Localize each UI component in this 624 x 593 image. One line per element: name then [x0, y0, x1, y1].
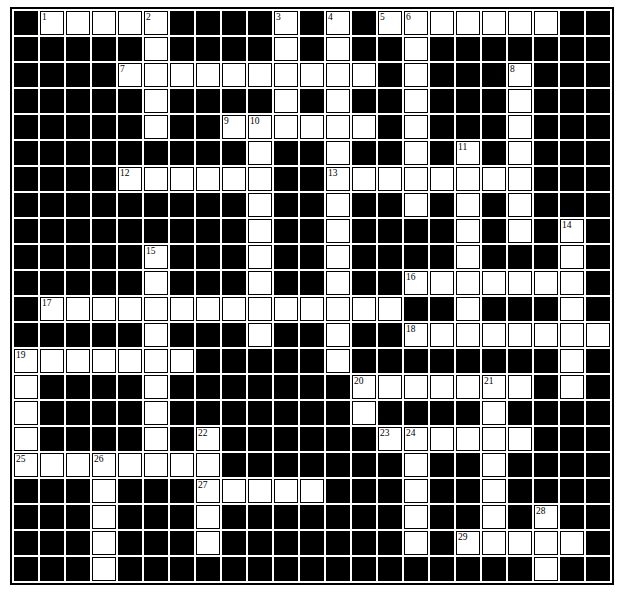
- black-cell: [170, 115, 194, 139]
- white-cell[interactable]: [274, 297, 298, 321]
- white-cell[interactable]: 11: [456, 141, 480, 165]
- white-cell[interactable]: [430, 271, 454, 295]
- white-cell[interactable]: [508, 115, 532, 139]
- black-cell: [326, 479, 350, 503]
- black-cell: [482, 557, 506, 581]
- white-cell[interactable]: [326, 63, 350, 87]
- black-cell: [66, 557, 90, 581]
- black-cell: [534, 401, 558, 425]
- clue-number: 26: [94, 454, 104, 464]
- white-cell[interactable]: [248, 323, 272, 347]
- black-cell: [326, 401, 350, 425]
- white-cell[interactable]: 24: [404, 427, 428, 451]
- white-cell[interactable]: [404, 193, 428, 217]
- black-cell: [170, 219, 194, 243]
- black-cell: [274, 557, 298, 581]
- black-cell: [170, 245, 194, 269]
- black-cell: [222, 427, 246, 451]
- black-cell: [300, 89, 324, 113]
- black-cell: [274, 141, 298, 165]
- white-cell[interactable]: [482, 323, 506, 347]
- black-cell: [14, 115, 38, 139]
- white-cell[interactable]: [326, 193, 350, 217]
- white-cell[interactable]: [508, 141, 532, 165]
- black-cell: [534, 141, 558, 165]
- white-cell[interactable]: [196, 167, 220, 191]
- black-cell: [118, 323, 142, 347]
- white-cell[interactable]: 6: [404, 11, 428, 35]
- black-cell: [196, 141, 220, 165]
- black-cell: [586, 557, 610, 581]
- white-cell[interactable]: [482, 401, 506, 425]
- white-cell[interactable]: 10: [248, 115, 272, 139]
- white-cell[interactable]: 13: [326, 167, 350, 191]
- white-cell[interactable]: [92, 11, 116, 35]
- white-cell[interactable]: [118, 453, 142, 477]
- white-cell[interactable]: [378, 297, 402, 321]
- black-cell: [456, 37, 480, 61]
- black-cell: [92, 401, 116, 425]
- white-cell[interactable]: [274, 479, 298, 503]
- white-cell[interactable]: [40, 349, 64, 373]
- black-cell: [274, 427, 298, 451]
- white-cell[interactable]: [378, 375, 402, 399]
- white-cell[interactable]: [300, 297, 324, 321]
- black-cell: [66, 115, 90, 139]
- white-cell[interactable]: [508, 167, 532, 191]
- white-cell[interactable]: [508, 375, 532, 399]
- white-cell[interactable]: 20: [352, 375, 376, 399]
- white-cell[interactable]: [456, 11, 480, 35]
- white-cell[interactable]: [352, 115, 376, 139]
- white-cell[interactable]: [14, 427, 38, 451]
- clue-number: 28: [536, 506, 546, 516]
- white-cell[interactable]: [482, 427, 506, 451]
- white-cell[interactable]: [404, 479, 428, 503]
- black-cell: [118, 193, 142, 217]
- black-cell: [560, 115, 584, 139]
- white-cell[interactable]: [534, 11, 558, 35]
- black-cell: [560, 11, 584, 35]
- black-cell: [66, 479, 90, 503]
- white-cell[interactable]: [144, 453, 168, 477]
- black-cell: [40, 375, 64, 399]
- black-cell: [586, 271, 610, 295]
- black-cell: [326, 375, 350, 399]
- black-cell: [14, 557, 38, 581]
- white-cell[interactable]: [196, 531, 220, 555]
- white-cell[interactable]: [378, 167, 402, 191]
- white-cell[interactable]: 7: [118, 63, 142, 87]
- white-cell[interactable]: 18: [404, 323, 428, 347]
- black-cell: [170, 557, 194, 581]
- white-cell[interactable]: 29: [456, 531, 480, 555]
- white-cell[interactable]: [404, 453, 428, 477]
- white-cell[interactable]: 27: [196, 479, 220, 503]
- white-cell[interactable]: [352, 167, 376, 191]
- black-cell: [378, 219, 402, 243]
- black-cell: [378, 323, 402, 347]
- white-cell[interactable]: [248, 193, 272, 217]
- white-cell[interactable]: [144, 63, 168, 87]
- white-cell[interactable]: [222, 167, 246, 191]
- clue-number: 19: [16, 350, 26, 360]
- white-cell[interactable]: [456, 245, 480, 269]
- black-cell: [482, 193, 506, 217]
- black-cell: [170, 323, 194, 347]
- white-cell[interactable]: [352, 297, 376, 321]
- white-cell[interactable]: [300, 115, 324, 139]
- white-cell[interactable]: [430, 323, 454, 347]
- white-cell[interactable]: 12: [118, 167, 142, 191]
- black-cell: [118, 427, 142, 451]
- white-cell[interactable]: [144, 401, 168, 425]
- white-cell[interactable]: [352, 63, 376, 87]
- black-cell: [222, 401, 246, 425]
- white-cell[interactable]: [482, 453, 506, 477]
- white-cell[interactable]: [222, 63, 246, 87]
- white-cell[interactable]: [482, 167, 506, 191]
- white-cell[interactable]: [456, 219, 480, 243]
- clue-number: 15: [146, 246, 156, 256]
- white-cell[interactable]: [170, 167, 194, 191]
- white-cell[interactable]: [118, 349, 142, 373]
- black-cell: [326, 505, 350, 529]
- white-cell[interactable]: [456, 193, 480, 217]
- white-cell[interactable]: [482, 531, 506, 555]
- white-cell[interactable]: 8: [508, 63, 532, 87]
- white-cell[interactable]: [40, 453, 64, 477]
- black-cell: [118, 219, 142, 243]
- black-cell: [456, 401, 480, 425]
- black-cell: [534, 297, 558, 321]
- white-cell[interactable]: [430, 11, 454, 35]
- white-cell[interactable]: [144, 427, 168, 451]
- black-cell: [560, 401, 584, 425]
- black-cell: [456, 89, 480, 113]
- black-cell: [586, 89, 610, 113]
- clue-number: 5: [380, 12, 385, 22]
- black-cell: [300, 401, 324, 425]
- white-cell[interactable]: [404, 375, 428, 399]
- white-cell[interactable]: [248, 271, 272, 295]
- black-cell: [586, 193, 610, 217]
- black-cell: [66, 167, 90, 191]
- white-cell[interactable]: [144, 115, 168, 139]
- black-cell: [14, 323, 38, 347]
- white-cell[interactable]: [404, 37, 428, 61]
- white-cell[interactable]: [560, 531, 584, 555]
- black-cell: [586, 427, 610, 451]
- white-cell[interactable]: [118, 11, 142, 35]
- white-cell[interactable]: [508, 427, 532, 451]
- black-cell: [586, 11, 610, 35]
- white-cell[interactable]: [92, 297, 116, 321]
- white-cell[interactable]: [326, 219, 350, 243]
- white-cell[interactable]: [430, 167, 454, 191]
- white-cell[interactable]: [456, 427, 480, 451]
- white-cell[interactable]: [92, 531, 116, 555]
- white-cell[interactable]: [248, 245, 272, 269]
- white-cell[interactable]: [66, 11, 90, 35]
- black-cell: [534, 63, 558, 87]
- white-cell[interactable]: [534, 531, 558, 555]
- black-cell: [300, 245, 324, 269]
- black-cell: [40, 219, 64, 243]
- black-cell: [352, 427, 376, 451]
- black-cell: [222, 453, 246, 477]
- white-cell[interactable]: [534, 557, 558, 581]
- clue-number: 7: [120, 64, 125, 74]
- black-cell: [196, 349, 220, 373]
- white-cell[interactable]: [196, 297, 220, 321]
- white-cell[interactable]: [144, 349, 168, 373]
- black-cell: [560, 89, 584, 113]
- white-cell[interactable]: [248, 167, 272, 191]
- white-cell[interactable]: [222, 297, 246, 321]
- black-cell: [352, 349, 376, 373]
- black-cell: [92, 219, 116, 243]
- white-cell[interactable]: [326, 271, 350, 295]
- black-cell: [378, 37, 402, 61]
- white-cell[interactable]: 19: [14, 349, 38, 373]
- white-cell[interactable]: 1: [40, 11, 64, 35]
- white-cell[interactable]: [170, 453, 194, 477]
- black-cell: [378, 245, 402, 269]
- black-cell: [378, 505, 402, 529]
- white-cell[interactable]: [144, 297, 168, 321]
- black-cell: [300, 167, 324, 191]
- white-cell[interactable]: [404, 531, 428, 555]
- white-cell[interactable]: 15: [144, 245, 168, 269]
- white-cell[interactable]: 28: [534, 505, 558, 529]
- black-cell: [560, 453, 584, 477]
- black-cell: [378, 349, 402, 373]
- white-cell[interactable]: [534, 271, 558, 295]
- white-cell[interactable]: [326, 141, 350, 165]
- white-cell[interactable]: [66, 453, 90, 477]
- black-cell: [92, 63, 116, 87]
- white-cell[interactable]: [326, 245, 350, 269]
- white-cell[interactable]: 26: [92, 453, 116, 477]
- clue-number: 4: [328, 12, 333, 22]
- white-cell[interactable]: [14, 401, 38, 425]
- black-cell: [430, 453, 454, 477]
- white-cell[interactable]: [560, 271, 584, 295]
- white-cell[interactable]: [170, 63, 194, 87]
- black-cell: [378, 193, 402, 217]
- white-cell[interactable]: [66, 349, 90, 373]
- white-cell[interactable]: [196, 453, 220, 477]
- white-cell[interactable]: 23: [378, 427, 402, 451]
- black-cell: [508, 297, 532, 321]
- white-cell[interactable]: [404, 63, 428, 87]
- white-cell[interactable]: [560, 297, 584, 321]
- black-cell: [300, 453, 324, 477]
- white-cell[interactable]: [508, 193, 532, 217]
- white-cell[interactable]: [482, 505, 506, 529]
- white-cell[interactable]: [248, 63, 272, 87]
- white-cell[interactable]: [326, 37, 350, 61]
- white-cell[interactable]: [456, 375, 480, 399]
- white-cell[interactable]: 4: [326, 11, 350, 35]
- white-cell[interactable]: [144, 323, 168, 347]
- white-cell[interactable]: [170, 297, 194, 321]
- white-cell[interactable]: [144, 375, 168, 399]
- white-cell[interactable]: [326, 89, 350, 113]
- white-cell[interactable]: [560, 349, 584, 373]
- white-cell[interactable]: [456, 271, 480, 295]
- black-cell: [456, 63, 480, 87]
- white-cell[interactable]: [404, 505, 428, 529]
- white-cell[interactable]: [248, 141, 272, 165]
- black-cell: [92, 89, 116, 113]
- white-cell[interactable]: [92, 505, 116, 529]
- white-cell[interactable]: [404, 89, 428, 113]
- black-cell: [404, 297, 428, 321]
- black-cell: [586, 453, 610, 477]
- white-cell[interactable]: 22: [196, 427, 220, 451]
- white-cell[interactable]: [92, 557, 116, 581]
- white-cell[interactable]: [196, 63, 220, 87]
- white-cell[interactable]: [92, 349, 116, 373]
- black-cell: [14, 531, 38, 555]
- white-cell[interactable]: [560, 245, 584, 269]
- white-cell[interactable]: [404, 115, 428, 139]
- white-cell[interactable]: [534, 323, 558, 347]
- black-cell: [508, 453, 532, 477]
- black-cell: [508, 245, 532, 269]
- white-cell[interactable]: [560, 375, 584, 399]
- white-cell[interactable]: [248, 219, 272, 243]
- black-cell: [92, 323, 116, 347]
- white-cell[interactable]: [66, 297, 90, 321]
- black-cell: [430, 37, 454, 61]
- white-cell[interactable]: [326, 349, 350, 373]
- white-cell[interactable]: [144, 271, 168, 295]
- white-cell[interactable]: [508, 219, 532, 243]
- white-cell[interactable]: [118, 297, 142, 321]
- black-cell: [14, 193, 38, 217]
- black-cell: [40, 245, 64, 269]
- clue-number: 23: [380, 428, 390, 438]
- black-cell: [534, 375, 558, 399]
- black-cell: [66, 271, 90, 295]
- white-cell[interactable]: 2: [144, 11, 168, 35]
- black-cell: [248, 11, 272, 35]
- black-cell: [352, 141, 376, 165]
- white-cell[interactable]: [170, 349, 194, 373]
- black-cell: [560, 37, 584, 61]
- white-cell[interactable]: [560, 323, 584, 347]
- black-cell: [274, 453, 298, 477]
- black-cell: [300, 37, 324, 61]
- white-cell[interactable]: [586, 323, 610, 347]
- white-cell[interactable]: [456, 323, 480, 347]
- black-cell: [118, 401, 142, 425]
- white-cell[interactable]: 17: [40, 297, 64, 321]
- white-cell[interactable]: [508, 323, 532, 347]
- white-cell[interactable]: [508, 11, 532, 35]
- white-cell[interactable]: [144, 89, 168, 113]
- white-cell[interactable]: [508, 271, 532, 295]
- white-cell[interactable]: [92, 479, 116, 503]
- clue-number: 2: [146, 12, 151, 22]
- white-cell[interactable]: [326, 323, 350, 347]
- black-cell: [118, 375, 142, 399]
- black-cell: [508, 401, 532, 425]
- white-cell[interactable]: [274, 37, 298, 61]
- white-cell[interactable]: [456, 167, 480, 191]
- clue-number: 11: [458, 142, 467, 152]
- white-cell[interactable]: 3: [274, 11, 298, 35]
- white-cell[interactable]: 14: [560, 219, 584, 243]
- black-cell: [482, 141, 506, 165]
- black-cell: [118, 141, 142, 165]
- black-cell: [586, 505, 610, 529]
- black-cell: [274, 245, 298, 269]
- clue-number: 20: [354, 376, 364, 386]
- white-cell[interactable]: [196, 505, 220, 529]
- black-cell: [430, 245, 454, 269]
- black-cell: [66, 245, 90, 269]
- white-cell[interactable]: [456, 297, 480, 321]
- white-cell[interactable]: [430, 375, 454, 399]
- white-cell[interactable]: [300, 479, 324, 503]
- white-cell[interactable]: [508, 531, 532, 555]
- white-cell[interactable]: [404, 167, 428, 191]
- white-cell[interactable]: [482, 271, 506, 295]
- black-cell: [66, 531, 90, 555]
- white-cell[interactable]: [404, 141, 428, 165]
- white-cell[interactable]: [274, 89, 298, 113]
- white-cell[interactable]: [326, 115, 350, 139]
- black-cell: [274, 375, 298, 399]
- white-cell[interactable]: [14, 375, 38, 399]
- black-cell: [482, 245, 506, 269]
- white-cell[interactable]: 9: [222, 115, 246, 139]
- white-cell[interactable]: [352, 401, 376, 425]
- black-cell: [430, 63, 454, 87]
- white-cell[interactable]: 16: [404, 271, 428, 295]
- white-cell[interactable]: [482, 11, 506, 35]
- black-cell: [274, 401, 298, 425]
- black-cell: [66, 141, 90, 165]
- white-cell[interactable]: [300, 63, 324, 87]
- black-cell: [508, 505, 532, 529]
- white-cell[interactable]: [274, 115, 298, 139]
- black-cell: [560, 505, 584, 529]
- white-cell[interactable]: [248, 297, 272, 321]
- white-cell[interactable]: 21: [482, 375, 506, 399]
- black-cell: [352, 505, 376, 529]
- black-cell: [248, 427, 272, 451]
- white-cell[interactable]: [508, 89, 532, 113]
- white-cell[interactable]: 5: [378, 11, 402, 35]
- white-cell[interactable]: [222, 479, 246, 503]
- white-cell[interactable]: [248, 479, 272, 503]
- white-cell[interactable]: 25: [14, 453, 38, 477]
- white-cell[interactable]: [274, 63, 298, 87]
- white-cell[interactable]: [144, 167, 168, 191]
- black-cell: [404, 245, 428, 269]
- white-cell[interactable]: [430, 427, 454, 451]
- black-cell: [352, 89, 376, 113]
- white-cell[interactable]: [482, 479, 506, 503]
- white-cell[interactable]: [144, 37, 168, 61]
- clue-number: 13: [328, 168, 338, 178]
- white-cell[interactable]: [326, 297, 350, 321]
